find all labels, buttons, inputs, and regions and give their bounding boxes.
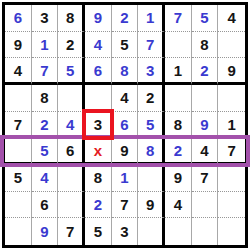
cell-r1c4[interactable]: 9 <box>85 5 112 32</box>
cell-r6c5[interactable]: 9 <box>112 138 139 165</box>
cell-r6c6[interactable]: 8 <box>138 138 165 165</box>
cell-r2c7[interactable] <box>165 32 192 59</box>
cell-r8c1[interactable] <box>5 192 32 219</box>
cell-r6c8[interactable]: 4 <box>192 138 219 165</box>
cell-r1c2[interactable]: 3 <box>32 5 59 32</box>
cell-r3c8[interactable]: 2 <box>192 58 219 85</box>
cell-r4c2[interactable]: 8 <box>32 85 59 112</box>
cell-r9c6[interactable] <box>138 218 165 245</box>
cell-r6c4[interactable]: x <box>85 138 112 165</box>
cell-r4c6[interactable]: 2 <box>138 85 165 112</box>
cell-r4c4[interactable] <box>85 85 112 112</box>
cell-r9c4[interactable]: 5 <box>85 218 112 245</box>
cell-r1c7[interactable]: 7 <box>165 5 192 32</box>
cell-r9c5[interactable]: 3 <box>112 218 139 245</box>
cell-r9c8[interactable] <box>192 218 219 245</box>
cell-r9c7[interactable] <box>165 218 192 245</box>
cell-r3c4[interactable]: 6 <box>85 58 112 85</box>
cell-r3c3[interactable]: 5 <box>58 58 85 85</box>
sudoku-board: 638921754912457847568312984272436589156x… <box>2 2 248 248</box>
cell-r4c8[interactable] <box>192 85 219 112</box>
cell-r5c8[interactable]: 9 <box>192 112 219 139</box>
cell-r1c1[interactable]: 6 <box>5 5 32 32</box>
sudoku-app: 638921754912457847568312984272436589156x… <box>0 0 250 250</box>
cell-r2c1[interactable]: 9 <box>5 32 32 59</box>
cell-r3c7[interactable]: 1 <box>165 58 192 85</box>
cell-r8c8[interactable] <box>192 192 219 219</box>
cell-r5c5[interactable]: 6 <box>112 112 139 139</box>
cell-r3c5[interactable]: 8 <box>112 58 139 85</box>
cell-r4c7[interactable] <box>165 85 192 112</box>
cell-r6c3[interactable]: 6 <box>58 138 85 165</box>
cell-r2c5[interactable]: 5 <box>112 32 139 59</box>
cell-r5c1[interactable]: 7 <box>5 112 32 139</box>
cell-r4c3[interactable] <box>58 85 85 112</box>
cell-r9c1[interactable] <box>5 218 32 245</box>
cell-r6c1[interactable] <box>5 138 32 165</box>
cell-r6c7[interactable]: 2 <box>165 138 192 165</box>
cell-r2c9[interactable] <box>218 32 245 59</box>
cell-r8c5[interactable]: 7 <box>112 192 139 219</box>
cell-r8c4[interactable]: 2 <box>85 192 112 219</box>
cell-r7c7[interactable]: 9 <box>165 165 192 192</box>
cell-r2c6[interactable]: 7 <box>138 32 165 59</box>
cell-r5c4[interactable]: 3 <box>85 112 112 139</box>
cell-r6c9[interactable]: 7 <box>218 138 245 165</box>
cell-r5c2[interactable]: 2 <box>32 112 59 139</box>
cell-r2c3[interactable]: 2 <box>58 32 85 59</box>
cell-r7c1[interactable]: 5 <box>5 165 32 192</box>
cell-r7c6[interactable] <box>138 165 165 192</box>
cell-r3c1[interactable]: 4 <box>5 58 32 85</box>
cell-r9c2[interactable]: 9 <box>32 218 59 245</box>
cell-r1c3[interactable]: 8 <box>58 5 85 32</box>
cell-r9c3[interactable]: 7 <box>58 218 85 245</box>
cell-r5c7[interactable]: 8 <box>165 112 192 139</box>
cell-r3c9[interactable]: 9 <box>218 58 245 85</box>
cell-r7c8[interactable]: 7 <box>192 165 219 192</box>
cell-r5c6[interactable]: 5 <box>138 112 165 139</box>
cell-r4c1[interactable] <box>5 85 32 112</box>
cell-r1c8[interactable]: 5 <box>192 5 219 32</box>
cell-r2c8[interactable]: 8 <box>192 32 219 59</box>
cell-r3c2[interactable]: 7 <box>32 58 59 85</box>
cell-r8c3[interactable] <box>58 192 85 219</box>
cell-r2c2[interactable]: 1 <box>32 32 59 59</box>
cell-r8c2[interactable]: 6 <box>32 192 59 219</box>
selected-cell-outline <box>82 109 114 141</box>
cell-r4c9[interactable] <box>218 85 245 112</box>
cell-r7c5[interactable]: 1 <box>112 165 139 192</box>
cell-r5c9[interactable]: 1 <box>218 112 245 139</box>
cell-r8c9[interactable] <box>218 192 245 219</box>
cell-r7c4[interactable]: 8 <box>85 165 112 192</box>
cell-r4c5[interactable]: 4 <box>112 85 139 112</box>
cell-r3c6[interactable]: 3 <box>138 58 165 85</box>
cell-r7c3[interactable] <box>58 165 85 192</box>
cell-r1c5[interactable]: 2 <box>112 5 139 32</box>
cell-r1c9[interactable]: 4 <box>218 5 245 32</box>
cell-r8c6[interactable]: 9 <box>138 192 165 219</box>
cell-r1c6[interactable]: 1 <box>138 5 165 32</box>
cell-r8c7[interactable]: 4 <box>165 192 192 219</box>
cell-r6c2[interactable]: 5 <box>32 138 59 165</box>
cell-r7c2[interactable]: 4 <box>32 165 59 192</box>
cell-r7c9[interactable] <box>218 165 245 192</box>
cell-r5c3[interactable]: 4 <box>58 112 85 139</box>
cell-r9c9[interactable] <box>218 218 245 245</box>
cell-r2c4[interactable]: 4 <box>85 32 112 59</box>
